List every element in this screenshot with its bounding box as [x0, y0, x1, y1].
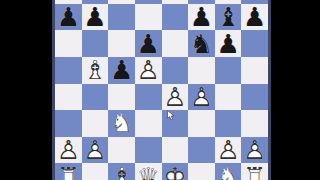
square-c6[interactable]	[108, 30, 135, 57]
square-f5[interactable]	[188, 57, 215, 84]
square-d3[interactable]	[135, 110, 162, 137]
piece-white-pawn: ♟♙	[241, 137, 268, 164]
square-c7[interactable]	[108, 4, 135, 31]
piece-black-bishop: ♝	[215, 4, 242, 31]
letterbox-right	[271, 0, 320, 180]
square-c3[interactable]: ♞♘	[108, 110, 135, 137]
square-h5[interactable]	[241, 57, 268, 84]
piece-white-knight: ♞♘	[215, 163, 242, 180]
square-a1[interactable]: ♜♖	[55, 163, 82, 180]
piece-white-bishop: ♝♗	[82, 57, 109, 84]
square-b1[interactable]	[82, 163, 109, 180]
piece-black-pawn: ♟	[55, 4, 82, 31]
square-b5[interactable]: ♝♗	[82, 57, 109, 84]
piece-black-pawn: ♟	[215, 30, 242, 57]
piece-black-pawn: ♟	[135, 30, 162, 57]
piece-white-pawn: ♟♙	[215, 137, 242, 164]
square-g3[interactable]	[215, 110, 242, 137]
piece-white-pawn: ♟♙	[55, 137, 82, 164]
square-b3[interactable]	[82, 110, 109, 137]
square-g5[interactable]	[215, 57, 242, 84]
piece-white-pawn: ♟♙	[188, 84, 215, 111]
piece-black-pawn: ♟	[82, 4, 109, 31]
piece-white-king: ♚♔	[162, 163, 189, 180]
square-e6[interactable]	[162, 30, 189, 57]
piece-white-queen: ♛♕	[135, 163, 162, 180]
square-f2[interactable]	[188, 137, 215, 164]
square-h3[interactable]	[241, 110, 268, 137]
chess-board: ♜♞♝♛♚♜♟♟♟♝♟♟♞♟♝♗♟♟♙♟♙♟♙♞♘♟♙♟♙♟♙♟♙♜♖♝♗♛♕♚…	[55, 0, 268, 180]
piece-black-knight: ♞	[188, 30, 215, 57]
square-e1[interactable]: ♚♔	[162, 163, 189, 180]
square-c5[interactable]: ♟	[108, 57, 135, 84]
square-h7[interactable]: ♟	[241, 4, 268, 31]
square-e7[interactable]	[162, 4, 189, 31]
square-b2[interactable]: ♟♙	[82, 137, 109, 164]
piece-white-knight: ♞♘	[108, 110, 135, 137]
square-g1[interactable]: ♞♘	[215, 163, 242, 180]
square-h2[interactable]: ♟♙	[241, 137, 268, 164]
square-d7[interactable]	[135, 4, 162, 31]
piece-white-rook: ♜♖	[241, 163, 268, 180]
piece-white-pawn: ♟♙	[135, 57, 162, 84]
square-b4[interactable]	[82, 84, 109, 111]
video-frame: ♜♞♝♛♚♜♟♟♟♝♟♟♞♟♝♗♟♟♙♟♙♟♙♞♘♟♙♟♙♟♙♟♙♜♖♝♗♛♕♚…	[0, 0, 320, 180]
piece-black-pawn: ♟	[241, 4, 268, 31]
square-a3[interactable]	[55, 110, 82, 137]
square-f4[interactable]: ♟♙	[188, 84, 215, 111]
square-d5[interactable]: ♟♙	[135, 57, 162, 84]
square-d1[interactable]: ♛♕	[135, 163, 162, 180]
square-d4[interactable]	[135, 84, 162, 111]
square-a5[interactable]	[55, 57, 82, 84]
square-d2[interactable]	[135, 137, 162, 164]
square-g2[interactable]: ♟♙	[215, 137, 242, 164]
piece-black-pawn: ♟	[188, 4, 215, 31]
letterbox-left	[0, 0, 52, 180]
square-h6[interactable]	[241, 30, 268, 57]
mouse-cursor	[167, 110, 176, 121]
square-a4[interactable]	[55, 84, 82, 111]
square-f6[interactable]: ♞	[188, 30, 215, 57]
square-f7[interactable]: ♟	[188, 4, 215, 31]
piece-white-rook: ♜♖	[55, 163, 82, 180]
square-g6[interactable]: ♟	[215, 30, 242, 57]
square-f3[interactable]	[188, 110, 215, 137]
piece-white-bishop: ♝♗	[108, 163, 135, 180]
square-e4[interactable]: ♟♙	[162, 84, 189, 111]
square-e5[interactable]	[162, 57, 189, 84]
square-g4[interactable]	[215, 84, 242, 111]
piece-white-pawn: ♟♙	[162, 84, 189, 111]
square-c2[interactable]	[108, 137, 135, 164]
square-g7[interactable]: ♝	[215, 4, 242, 31]
square-c1[interactable]: ♝♗	[108, 163, 135, 180]
square-c4[interactable]	[108, 84, 135, 111]
square-e2[interactable]	[162, 137, 189, 164]
square-h4[interactable]	[241, 84, 268, 111]
square-a6[interactable]	[55, 30, 82, 57]
square-d6[interactable]: ♟	[135, 30, 162, 57]
square-b6[interactable]	[82, 30, 109, 57]
square-a7[interactable]: ♟	[55, 4, 82, 31]
square-h1[interactable]: ♜♖	[241, 163, 268, 180]
piece-white-pawn: ♟♙	[82, 137, 109, 164]
square-f1[interactable]	[188, 163, 215, 180]
square-a2[interactable]: ♟♙	[55, 137, 82, 164]
piece-black-pawn: ♟	[108, 57, 135, 84]
square-b7[interactable]: ♟	[82, 4, 109, 31]
